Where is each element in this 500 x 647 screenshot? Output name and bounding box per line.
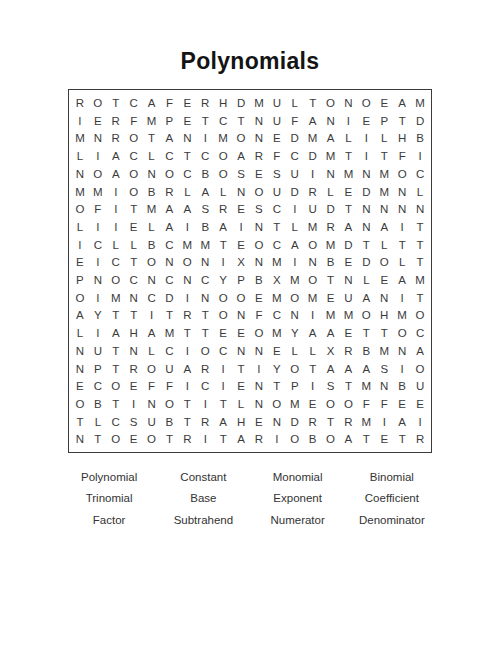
grid-cell: L: [143, 219, 161, 237]
grid-cell: E: [393, 396, 411, 414]
grid-cell: T: [375, 148, 393, 166]
grid-cell: I: [214, 378, 232, 396]
grid-cell: M: [214, 130, 232, 148]
grid-cell: T: [178, 148, 196, 166]
grid-cell: M: [71, 184, 89, 202]
grid-cell: F: [268, 148, 286, 166]
grid-cell: I: [89, 290, 107, 308]
grid-cell: C: [125, 95, 143, 113]
grid-cell: O: [125, 130, 143, 148]
grid-cell: L: [125, 237, 143, 255]
grid-cell: T: [375, 325, 393, 343]
grid-cell: N: [71, 166, 89, 184]
grid-cell: D: [286, 414, 304, 432]
grid-cell: U: [89, 343, 107, 361]
grid-cell: Y: [286, 325, 304, 343]
grid-cell: C: [268, 201, 286, 219]
grid-cell: M: [375, 343, 393, 361]
grid-cell: D: [286, 130, 304, 148]
grid-cell: I: [178, 378, 196, 396]
grid-cell: I: [232, 219, 250, 237]
grid-cell: O: [214, 307, 232, 325]
grid-cell: C: [125, 148, 143, 166]
puzzle-title: Polynomials: [0, 48, 500, 75]
grid-cell: L: [393, 254, 411, 272]
grid-cell: N: [304, 254, 322, 272]
grid-cell: U: [268, 184, 286, 202]
grid-cell: C: [196, 378, 214, 396]
grid-cell: L: [375, 130, 393, 148]
word-list-item: Base: [156, 488, 250, 510]
grid-cell: C: [411, 325, 429, 343]
grid-cell: M: [160, 325, 178, 343]
grid-cell: O: [250, 325, 268, 343]
grid-cell: A: [393, 272, 411, 290]
grid-cell: N: [322, 113, 340, 131]
grid-cell: O: [160, 396, 178, 414]
grid-cell: F: [375, 396, 393, 414]
grid-cell: A: [214, 414, 232, 432]
grid-cell: T: [411, 290, 429, 308]
grid-cell: N: [250, 219, 268, 237]
grid-cell: F: [250, 307, 268, 325]
grid-cell: N: [250, 343, 268, 361]
grid-cell: L: [286, 95, 304, 113]
grid-cell: M: [357, 414, 375, 432]
grid-cell: F: [286, 113, 304, 131]
grid-cell: T: [339, 201, 357, 219]
word-list: PolynomialConstantMonomialBinomialTrinom…: [62, 466, 439, 531]
grid-cell: N: [232, 307, 250, 325]
grid-cell: R: [196, 361, 214, 379]
grid-cell: L: [286, 219, 304, 237]
grid-cell: O: [71, 201, 89, 219]
grid-cell: I: [89, 219, 107, 237]
grid-cell: I: [214, 254, 232, 272]
grid-cell: I: [196, 396, 214, 414]
grid-cell: C: [125, 272, 143, 290]
grid-cell: T: [107, 361, 125, 379]
grid-cell: E: [304, 396, 322, 414]
grid-cell: N: [71, 361, 89, 379]
grid-cell: L: [232, 396, 250, 414]
word-list-item: Exponent: [251, 488, 345, 510]
grid-cell: N: [393, 201, 411, 219]
grid-cell: I: [393, 361, 411, 379]
grid-cell: F: [160, 378, 178, 396]
grid-cell: E: [339, 184, 357, 202]
grid-cell: T: [160, 431, 178, 449]
grid-cell: M: [411, 272, 429, 290]
grid-cell: R: [196, 95, 214, 113]
grid-cell: M: [143, 201, 161, 219]
grid-cell: C: [160, 237, 178, 255]
grid-cell: I: [143, 307, 161, 325]
grid-cell: E: [322, 290, 340, 308]
grid-cell: D: [339, 237, 357, 255]
grid-cell: I: [357, 130, 375, 148]
grid-cell: E: [250, 414, 268, 432]
grid-cell: O: [107, 272, 125, 290]
grid-cell: I: [178, 290, 196, 308]
grid-cell: O: [89, 95, 107, 113]
grid-cell: A: [375, 219, 393, 237]
grid-cell: T: [268, 378, 286, 396]
grid-cell: N: [357, 201, 375, 219]
grid-cell: C: [160, 343, 178, 361]
grid-cell: M: [286, 272, 304, 290]
grid-cell: T: [322, 272, 340, 290]
grid-cell: E: [375, 272, 393, 290]
grid-cell: M: [304, 130, 322, 148]
grid-cell: B: [250, 272, 268, 290]
grid-cell: M: [304, 290, 322, 308]
grid-cell: L: [143, 148, 161, 166]
grid-cell: I: [71, 113, 89, 131]
grid-cell: R: [107, 113, 125, 131]
grid-cell: R: [214, 201, 232, 219]
grid-cell: A: [160, 130, 178, 148]
grid-cell: T: [143, 130, 161, 148]
grid-cell: O: [143, 431, 161, 449]
grid-cell: T: [196, 307, 214, 325]
grid-cell: O: [322, 431, 340, 449]
grid-cell: X: [322, 343, 340, 361]
grid-cell: S: [268, 166, 286, 184]
grid-cell: O: [214, 290, 232, 308]
grid-cell: I: [89, 325, 107, 343]
grid-cell: C: [268, 237, 286, 255]
grid-cell: M: [357, 378, 375, 396]
grid-cell: N: [160, 254, 178, 272]
grid-cell: E: [232, 378, 250, 396]
grid-cell: S: [375, 361, 393, 379]
grid-cell: X: [232, 254, 250, 272]
grid-cell: A: [339, 219, 357, 237]
grid-cell: N: [232, 343, 250, 361]
grid-cell: A: [304, 113, 322, 131]
grid-cell: O: [160, 166, 178, 184]
grid-cell: O: [71, 290, 89, 308]
grid-cell: S: [232, 166, 250, 184]
grid-cell: N: [71, 431, 89, 449]
grid-cell: T: [107, 95, 125, 113]
grid-cell: M: [286, 396, 304, 414]
grid-cell: U: [286, 166, 304, 184]
grid-cell: O: [393, 166, 411, 184]
grid-cell: M: [375, 184, 393, 202]
grid-cell: I: [286, 254, 304, 272]
grid-cell: E: [214, 325, 232, 343]
grid-cell: B: [393, 378, 411, 396]
grid-cell: C: [178, 166, 196, 184]
grid-cell: P: [71, 272, 89, 290]
grid-cell: N: [143, 396, 161, 414]
grid-cell: O: [357, 307, 375, 325]
grid-cell: M: [268, 254, 286, 272]
grid-cell: O: [411, 307, 429, 325]
grid-cell: I: [357, 148, 375, 166]
grid-cell: L: [143, 343, 161, 361]
grid-cell: A: [322, 325, 340, 343]
grid-cell: I: [411, 148, 429, 166]
grid-cell: A: [71, 307, 89, 325]
grid-cell: U: [160, 361, 178, 379]
grid-cell: R: [250, 148, 268, 166]
grid-cell: R: [107, 130, 125, 148]
grid-cell: C: [89, 378, 107, 396]
grid-cell: N: [393, 343, 411, 361]
grid-cell: O: [214, 148, 232, 166]
grid-cell: T: [125, 254, 143, 272]
grid-cell: A: [357, 290, 375, 308]
grid-cell: N: [250, 254, 268, 272]
grid-cell: L: [89, 414, 107, 432]
grid-cell: S: [196, 201, 214, 219]
grid-cell: E: [71, 378, 89, 396]
grid-cell: A: [339, 431, 357, 449]
grid-cell: U: [143, 414, 161, 432]
word-list-item: Trinomial: [62, 488, 156, 510]
grid-cell: L: [411, 184, 429, 202]
grid-cell: B: [411, 130, 429, 148]
grid-cell: B: [322, 254, 340, 272]
grid-cell: E: [125, 219, 143, 237]
grid-cell: M: [411, 95, 429, 113]
grid-cell: O: [286, 290, 304, 308]
grid-cell: T: [125, 307, 143, 325]
grid-cell: I: [393, 290, 411, 308]
grid-cell: O: [286, 431, 304, 449]
grid-cell: A: [214, 219, 232, 237]
grid-cell: I: [214, 361, 232, 379]
grid-cell: U: [411, 378, 429, 396]
grid-cell: E: [232, 325, 250, 343]
grid-cell: L: [357, 272, 375, 290]
grid-cell: T: [196, 113, 214, 131]
grid-cell: P: [89, 361, 107, 379]
grid-cell: O: [304, 237, 322, 255]
grid-cell: L: [71, 148, 89, 166]
grid-cell: N: [232, 184, 250, 202]
grid-cell: E: [232, 237, 250, 255]
grid-cell: P: [160, 113, 178, 131]
grid-cell: I: [178, 219, 196, 237]
grid-cell: T: [178, 414, 196, 432]
grid-cell: T: [411, 237, 429, 255]
grid-cell: I: [107, 184, 125, 202]
grid-cell: I: [107, 219, 125, 237]
grid-cell: N: [250, 113, 268, 131]
grid-cell: N: [268, 414, 286, 432]
grid-cell: T: [71, 414, 89, 432]
grid-cell: N: [143, 166, 161, 184]
grid-cell: M: [71, 130, 89, 148]
grid-cell: L: [214, 184, 232, 202]
grid-cell: O: [214, 166, 232, 184]
word-list-item: Monomial: [251, 466, 345, 488]
grid-cell: T: [214, 431, 232, 449]
grid-cell: M: [339, 166, 357, 184]
grid-cell: N: [375, 378, 393, 396]
grid-cell: D: [286, 184, 304, 202]
grid-cell: R: [178, 431, 196, 449]
grid-cell: C: [160, 148, 178, 166]
grid-cell: N: [357, 166, 375, 184]
grid-cell: R: [250, 431, 268, 449]
grid-cell: T: [357, 431, 375, 449]
grid-cell: Y: [89, 307, 107, 325]
grid-cell: R: [125, 361, 143, 379]
grid-cell: R: [304, 184, 322, 202]
grid-cell: D: [411, 113, 429, 131]
grid-cell: F: [89, 201, 107, 219]
grid-cell: C: [214, 113, 232, 131]
grid-cell: I: [89, 148, 107, 166]
grid-cell: E: [178, 95, 196, 113]
grid-cell: O: [107, 431, 125, 449]
grid-cell: H: [214, 95, 232, 113]
grid-cell: C: [89, 237, 107, 255]
grid-cell: T: [196, 325, 214, 343]
grid-cell: I: [250, 361, 268, 379]
grid-cell: L: [71, 325, 89, 343]
grid-cell: C: [411, 166, 429, 184]
grid-cell: O: [232, 290, 250, 308]
grid-cell: T: [304, 361, 322, 379]
grid-cell: T: [160, 307, 178, 325]
grid-cell: A: [411, 343, 429, 361]
grid-cell: A: [232, 431, 250, 449]
grid-cell: I: [125, 396, 143, 414]
grid-cell: C: [160, 272, 178, 290]
grid-cell: U: [268, 95, 286, 113]
grid-cell: A: [107, 166, 125, 184]
grid-cell: B: [304, 431, 322, 449]
grid-cell: E: [375, 431, 393, 449]
grid-cell: I: [268, 431, 286, 449]
grid-cell: M: [322, 148, 340, 166]
grid-cell: A: [107, 325, 125, 343]
grid-cell: O: [89, 166, 107, 184]
grid-cell: E: [339, 325, 357, 343]
grid-cell: T: [393, 431, 411, 449]
grid-cell: N: [375, 290, 393, 308]
grid-cell: T: [107, 307, 125, 325]
grid-cell: R: [304, 414, 322, 432]
grid-cell: B: [143, 237, 161, 255]
grid-cell: O: [143, 361, 161, 379]
grid-cell: E: [339, 254, 357, 272]
grid-cell: O: [178, 254, 196, 272]
grid-cell: L: [107, 237, 125, 255]
grid-cell: O: [125, 184, 143, 202]
word-list-item: Factor: [62, 509, 156, 531]
grid-cell: O: [411, 361, 429, 379]
grid-cell: C: [196, 148, 214, 166]
grid-cell: O: [268, 396, 286, 414]
grid-cell: C: [196, 272, 214, 290]
grid-cell: E: [89, 113, 107, 131]
grid-cell: I: [89, 254, 107, 272]
grid-cell: R: [71, 95, 89, 113]
grid-cell: E: [232, 201, 250, 219]
grid-cell: I: [411, 414, 429, 432]
grid-cell: T: [107, 343, 125, 361]
grid-cell: O: [196, 343, 214, 361]
grid-cell: I: [286, 201, 304, 219]
grid-cell: E: [357, 113, 375, 131]
grid-cell: Y: [268, 361, 286, 379]
grid-cell: O: [125, 166, 143, 184]
word-list-item: Denominator: [345, 509, 439, 531]
grid-cell: A: [304, 325, 322, 343]
grid-cell: F: [160, 95, 178, 113]
grid-cell: N: [143, 272, 161, 290]
word-list-item: Binomial: [345, 466, 439, 488]
grid-cell: O: [339, 396, 357, 414]
grid-cell: N: [250, 378, 268, 396]
grid-cell: D: [322, 201, 340, 219]
grid-cell: H: [125, 325, 143, 343]
grid-cell: B: [357, 343, 375, 361]
grid-cell: N: [411, 201, 429, 219]
grid-cell: O: [250, 184, 268, 202]
grid-cell: O: [286, 361, 304, 379]
grid-cell: T: [411, 219, 429, 237]
grid-cell: E: [411, 396, 429, 414]
grid-cell: I: [196, 431, 214, 449]
grid-cell: C: [214, 343, 232, 361]
grid-cell: N: [339, 272, 357, 290]
grid-cell: C: [107, 414, 125, 432]
grid-cell: I: [339, 113, 357, 131]
grid-cell: X: [268, 272, 286, 290]
grid-cell: U: [268, 113, 286, 131]
grid-cell: E: [375, 95, 393, 113]
word-list-item: Subtrahend: [156, 509, 250, 531]
grid-cell: F: [125, 113, 143, 131]
grid-cell: L: [375, 237, 393, 255]
grid-cell: M: [268, 325, 286, 343]
grid-cell: I: [304, 378, 322, 396]
grid-cell: P: [232, 272, 250, 290]
grid-cell: E: [71, 254, 89, 272]
grid-cell: H: [393, 130, 411, 148]
grid-cell: I: [304, 166, 322, 184]
grid-cell: R: [339, 343, 357, 361]
grid-cell: N: [196, 254, 214, 272]
grid-cell: M: [304, 219, 322, 237]
grid-cell: A: [143, 95, 161, 113]
word-list-item: Coefficient: [345, 488, 439, 510]
grid-cell: N: [250, 130, 268, 148]
grid-cell: F: [143, 378, 161, 396]
grid-cell: T: [268, 219, 286, 237]
grid-cell: O: [322, 396, 340, 414]
grid-cell: I: [71, 237, 89, 255]
grid-cell: B: [196, 219, 214, 237]
grid-cell: A: [196, 184, 214, 202]
grid-cell: T: [304, 95, 322, 113]
grid-cell: L: [322, 184, 340, 202]
grid-cell: E: [268, 343, 286, 361]
grid-cell: E: [250, 166, 268, 184]
grid-cell: T: [214, 396, 232, 414]
grid-cell: N: [322, 166, 340, 184]
grid-cell: T: [393, 113, 411, 131]
grid-cell: B: [89, 396, 107, 414]
